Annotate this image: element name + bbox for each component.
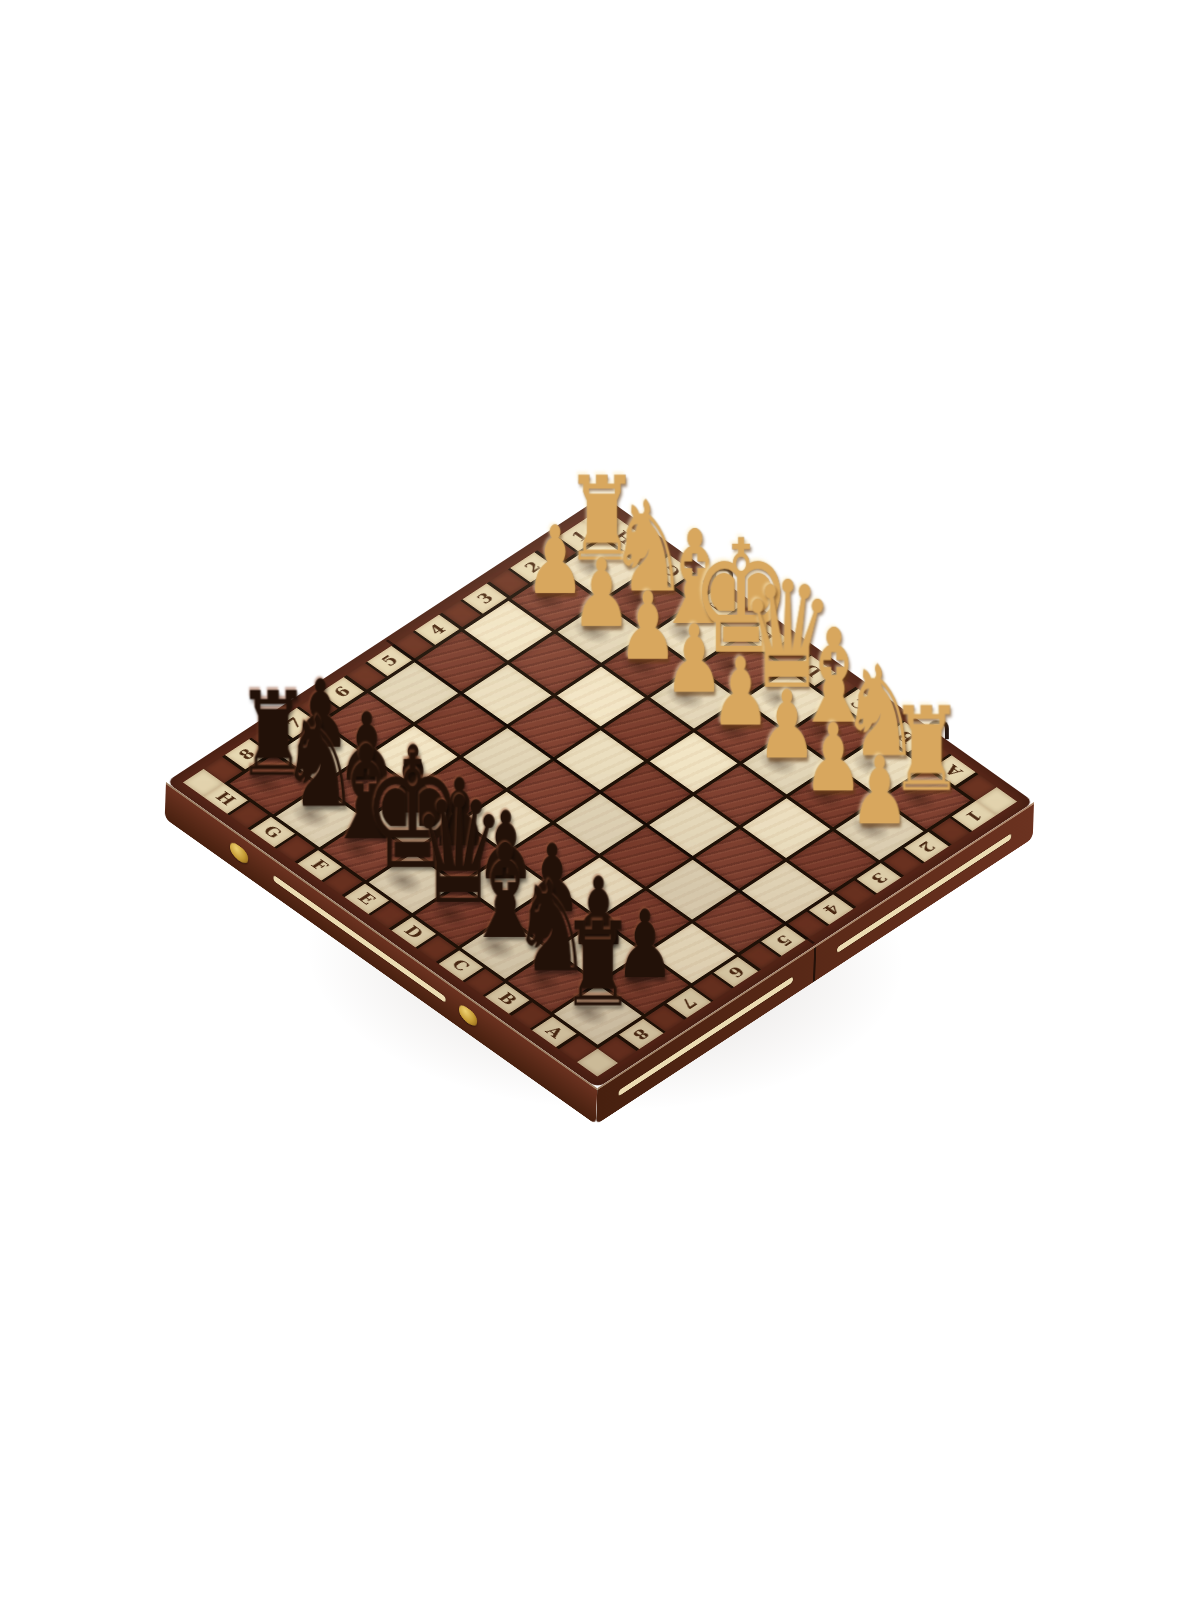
coordinate-label: 6 [725,964,748,980]
frame-filler-cell [741,943,780,970]
frame-filler-cell [394,632,433,659]
coordinate-cell: 4 [809,894,854,924]
square-a4[interactable] [742,862,830,922]
square-a5[interactable] [695,893,783,953]
piece-glyph: ♟ [803,711,863,805]
frame-filler-cell [693,974,732,1001]
coordinate-label: 4 [426,622,449,638]
square-b4[interactable] [696,829,784,889]
coordinate-cell: 6 [714,957,759,987]
frame-filler-cell [836,880,875,907]
frame-filler-cell [931,818,970,845]
coordinate-label: 5 [772,933,795,949]
coordinate-label: 4 [820,902,843,918]
coordinate-label: 5 [378,653,401,669]
coordinate-cell: 5 [761,925,806,955]
frame-filler-cell [788,912,827,939]
scene: HGFEDCBA HGFEDCBA 12345678 12345678 [0,0,1200,1600]
coordinate-cell: 4 [415,614,460,644]
coordinate-label: 3 [868,870,891,886]
chess-box-assembly: HGFEDCBA HGFEDCBA 12345678 12345678 [166,496,1034,1088]
coordinate-label: 3 [474,591,497,607]
piece-glyph: ♟ [849,744,909,838]
coordinate-label: 2 [915,839,938,855]
square-c4[interactable] [649,796,737,856]
coordinate-cell: 3 [857,863,902,893]
coordinate-cell: 3 [463,583,508,613]
piece-glyph: ♜ [561,906,636,1022]
frame-filler-cell [442,601,481,628]
